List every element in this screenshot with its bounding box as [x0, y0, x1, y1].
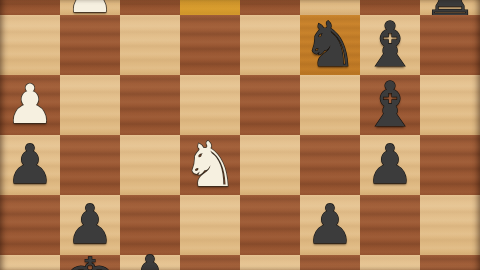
- square-a5[interactable]: [420, 135, 480, 195]
- square-b6[interactable]: [360, 195, 420, 255]
- square-d6[interactable]: [240, 195, 300, 255]
- square-a6[interactable]: [420, 195, 480, 255]
- square-b7[interactable]: [360, 255, 420, 270]
- black-pawn-f7[interactable]: ♟: [120, 246, 180, 270]
- square-a4[interactable]: [420, 75, 480, 135]
- black-pawn-b5[interactable]: ♟: [360, 135, 420, 195]
- black-pawn-c6[interactable]: ♟: [300, 195, 360, 255]
- square-f4[interactable]: [120, 75, 180, 135]
- square-b4[interactable]: ♝: [360, 75, 420, 135]
- square-a2[interactable]: ♜: [420, 0, 480, 15]
- chess-board-viewport: ♟♜♞♝♟♝♟♞♟♟♟♚♟: [0, 0, 480, 270]
- square-d2[interactable]: [240, 0, 300, 15]
- square-c3[interactable]: ♞: [300, 15, 360, 75]
- square-a3[interactable]: [420, 15, 480, 75]
- square-e3[interactable]: [180, 15, 240, 75]
- square-b5[interactable]: ♟: [360, 135, 420, 195]
- square-h2[interactable]: [0, 0, 60, 15]
- black-pawn-h5[interactable]: ♟: [0, 135, 60, 195]
- square-f2[interactable]: [120, 0, 180, 15]
- square-f3[interactable]: [120, 15, 180, 75]
- square-g4[interactable]: [60, 75, 120, 135]
- white-pawn-h4[interactable]: ♟: [0, 75, 60, 135]
- square-d7[interactable]: [240, 255, 300, 270]
- square-d3[interactable]: [240, 15, 300, 75]
- square-g3[interactable]: [60, 15, 120, 75]
- square-f7[interactable]: ♟: [120, 255, 180, 270]
- black-king-g7[interactable]: ♚: [60, 251, 120, 270]
- white-knight-e5[interactable]: ♞: [180, 135, 240, 195]
- square-d5[interactable]: [240, 135, 300, 195]
- chess-board: ♟♜♞♝♟♝♟♞♟♟♟♚♟: [0, 0, 480, 270]
- square-c5[interactable]: [300, 135, 360, 195]
- square-c7[interactable]: [300, 255, 360, 270]
- square-h4[interactable]: ♟: [0, 75, 60, 135]
- black-knight-c3[interactable]: ♞: [300, 15, 360, 75]
- square-h7[interactable]: [0, 255, 60, 270]
- square-e4[interactable]: [180, 75, 240, 135]
- square-f5[interactable]: [120, 135, 180, 195]
- square-g7[interactable]: ♚: [60, 255, 120, 270]
- square-e2[interactable]: [180, 0, 240, 15]
- square-c4[interactable]: [300, 75, 360, 135]
- square-e5[interactable]: ♞: [180, 135, 240, 195]
- square-h3[interactable]: [0, 15, 60, 75]
- square-e7[interactable]: [180, 255, 240, 270]
- square-d4[interactable]: [240, 75, 300, 135]
- square-e6[interactable]: [180, 195, 240, 255]
- square-c6[interactable]: ♟: [300, 195, 360, 255]
- square-a7[interactable]: [420, 255, 480, 270]
- square-g5[interactable]: [60, 135, 120, 195]
- black-bishop-b4[interactable]: ♝: [360, 75, 420, 135]
- black-bishop-b3[interactable]: ♝: [360, 15, 420, 75]
- square-h5[interactable]: ♟: [0, 135, 60, 195]
- square-g2[interactable]: ♟: [60, 0, 120, 15]
- square-h6[interactable]: [0, 195, 60, 255]
- square-b3[interactable]: ♝: [360, 15, 420, 75]
